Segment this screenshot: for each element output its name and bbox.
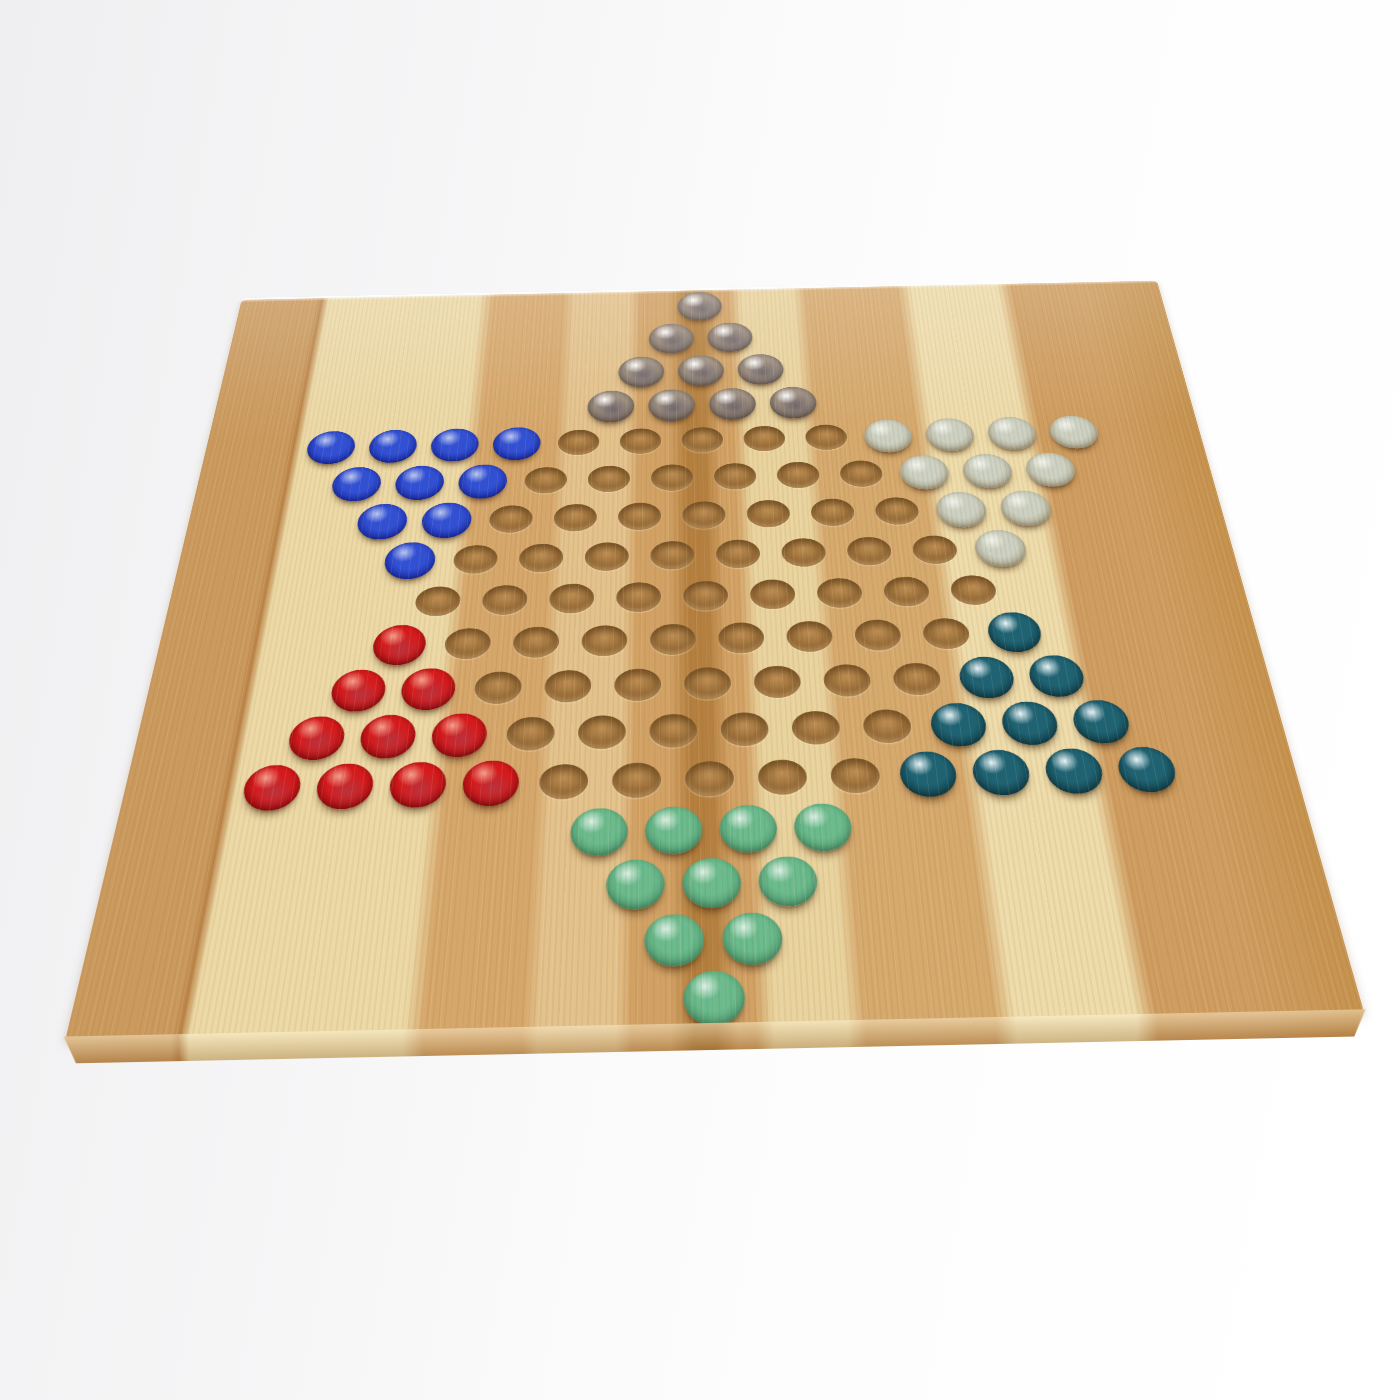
hole[interactable] <box>481 585 528 615</box>
hole[interactable] <box>823 664 872 697</box>
marble-teal[interactable] <box>1042 748 1106 795</box>
marble-blue[interactable] <box>492 427 542 461</box>
hole[interactable] <box>587 465 630 492</box>
marble-pale-sage[interactable] <box>863 419 914 453</box>
marble-clear-glass[interactable] <box>648 323 693 353</box>
marble-blue[interactable] <box>393 465 446 500</box>
hole[interactable] <box>524 466 568 493</box>
marble-teal[interactable] <box>1026 655 1087 698</box>
hole[interactable] <box>839 460 884 487</box>
hole[interactable] <box>614 668 661 701</box>
hole[interactable] <box>553 503 597 531</box>
hole[interactable] <box>683 580 728 610</box>
marble-teal[interactable] <box>985 612 1044 653</box>
marble-green[interactable] <box>721 912 783 966</box>
marble-pale-sage[interactable] <box>1023 452 1078 487</box>
hole[interactable] <box>512 626 559 658</box>
marble-green[interactable] <box>683 970 745 1026</box>
marble-blue[interactable] <box>329 466 383 501</box>
hole[interactable] <box>846 536 893 565</box>
hole[interactable] <box>715 539 760 568</box>
marble-green[interactable] <box>644 913 704 967</box>
marble-blue[interactable] <box>420 502 473 539</box>
hole[interactable] <box>682 427 724 453</box>
marble-clear-glass[interactable] <box>769 387 818 420</box>
marble-clear-glass[interactable] <box>618 356 664 388</box>
marble-green[interactable] <box>792 803 852 852</box>
marble-blue[interactable] <box>367 430 419 464</box>
marble-red[interactable] <box>370 624 427 665</box>
hole[interactable] <box>557 430 599 456</box>
marble-pale-sage[interactable] <box>960 453 1014 488</box>
hole[interactable] <box>620 428 662 454</box>
hole[interactable] <box>743 426 786 452</box>
hole[interactable] <box>750 579 796 609</box>
marble-clear-glass[interactable] <box>707 322 753 352</box>
hole[interactable] <box>746 499 790 527</box>
hole[interactable] <box>518 543 563 572</box>
marble-clear-glass[interactable] <box>708 388 756 421</box>
hole[interactable] <box>874 497 920 525</box>
marble-clear-glass[interactable] <box>737 354 784 386</box>
hole[interactable] <box>584 542 629 571</box>
marble-pale-sage[interactable] <box>1047 415 1101 449</box>
hole[interactable] <box>538 764 588 800</box>
marble-red[interactable] <box>429 713 488 758</box>
hole[interactable] <box>650 623 696 655</box>
marble-red[interactable] <box>240 765 304 812</box>
marble-green[interactable] <box>758 856 819 907</box>
hole[interactable] <box>791 711 841 745</box>
marble-green[interactable] <box>682 858 741 909</box>
hole[interactable] <box>853 619 902 651</box>
hole[interactable] <box>682 501 725 529</box>
hole[interactable] <box>921 618 971 650</box>
hole[interactable] <box>713 463 756 490</box>
hole[interactable] <box>718 622 765 654</box>
marble-pale-sage[interactable] <box>972 529 1028 567</box>
hole[interactable] <box>830 758 882 794</box>
hole[interactable] <box>685 761 734 797</box>
marble-pale-sage[interactable] <box>998 490 1054 526</box>
photo-backdrop <box>0 0 1400 1400</box>
hole[interactable] <box>892 663 942 696</box>
hole[interactable] <box>581 625 627 657</box>
hole[interactable] <box>488 505 533 533</box>
hole[interactable] <box>753 665 801 698</box>
marble-red[interactable] <box>387 762 448 809</box>
marble-red[interactable] <box>314 763 376 810</box>
marble-red[interactable] <box>329 669 388 712</box>
hole[interactable] <box>684 667 731 700</box>
marble-teal[interactable] <box>1069 700 1132 745</box>
hole[interactable] <box>612 762 661 798</box>
hole[interactable] <box>505 717 555 751</box>
marble-clear-glass[interactable] <box>648 389 695 422</box>
marble-green[interactable] <box>606 859 665 910</box>
marble-red[interactable] <box>357 714 417 759</box>
marble-pale-sage[interactable] <box>924 418 976 452</box>
marble-blue[interactable] <box>304 431 357 465</box>
marble-green[interactable] <box>645 806 703 855</box>
hole[interactable] <box>473 671 522 704</box>
hole[interactable] <box>757 759 807 795</box>
marble-teal[interactable] <box>970 749 1033 796</box>
marble-blue[interactable] <box>429 428 480 462</box>
marble-green[interactable] <box>719 805 778 854</box>
hole[interactable] <box>785 621 833 653</box>
hole[interactable] <box>618 502 661 530</box>
marble-blue[interactable] <box>382 542 437 580</box>
marble-pale-sage[interactable] <box>934 491 989 527</box>
hole[interactable] <box>544 670 592 703</box>
hole[interactable] <box>805 424 848 450</box>
marble-blue[interactable] <box>355 503 409 540</box>
hole[interactable] <box>650 540 694 569</box>
hole[interactable] <box>720 712 769 746</box>
hole[interactable] <box>649 714 697 748</box>
hole[interactable] <box>616 582 661 612</box>
hole[interactable] <box>883 576 931 606</box>
marble-teal[interactable] <box>1114 746 1180 793</box>
hole[interactable] <box>414 586 462 616</box>
hole[interactable] <box>780 538 826 567</box>
hole[interactable] <box>861 709 912 743</box>
marble-clear-glass[interactable] <box>587 390 634 423</box>
hole[interactable] <box>577 715 625 749</box>
marble-teal[interactable] <box>957 656 1017 699</box>
hole[interactable] <box>549 583 595 613</box>
marble-teal[interactable] <box>898 751 959 798</box>
marble-red[interactable] <box>461 760 520 807</box>
board-top-face <box>65 281 1365 1042</box>
hole[interactable] <box>949 575 998 605</box>
marble-clear-glass[interactable] <box>678 355 724 387</box>
marble-clear-glass[interactable] <box>677 292 722 321</box>
hole[interactable] <box>443 628 491 660</box>
marble-pale-sage[interactable] <box>898 455 951 490</box>
hole[interactable] <box>651 464 693 491</box>
marble-teal[interactable] <box>928 703 988 748</box>
marble-green[interactable] <box>569 808 627 857</box>
marble-teal[interactable] <box>999 701 1061 746</box>
marble-red[interactable] <box>285 716 346 761</box>
hole[interactable] <box>816 578 863 608</box>
hole[interactable] <box>810 498 855 526</box>
hole[interactable] <box>776 461 820 488</box>
hole[interactable] <box>911 535 959 564</box>
hole[interactable] <box>452 545 498 574</box>
marble-blue[interactable] <box>456 464 507 499</box>
marble-pale-sage[interactable] <box>985 417 1038 451</box>
marble-red[interactable] <box>399 668 457 711</box>
